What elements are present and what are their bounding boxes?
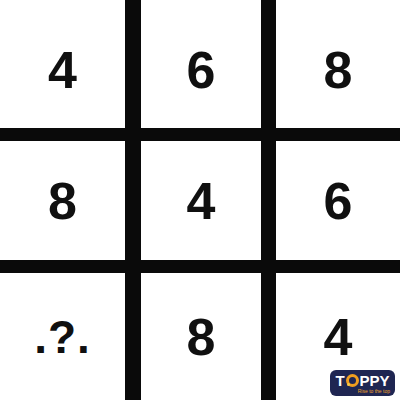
grid-line-horizontal-2 [0,260,400,273]
cell-r2c2: 4 [141,141,261,260]
toppy-wordmark-t: T [335,374,344,388]
toppy-o-ring-icon [346,374,359,387]
toppy-tagline: Rise to the top [334,388,391,394]
cell-r1c1: 4 [0,0,125,128]
cell-r2c3: 6 [276,141,400,260]
puzzle-board: 4 6 8 8 4 6 .?. 8 4 T PPY Rise to the to… [0,0,400,400]
grid-line-vertical-1 [125,0,141,400]
toppy-wordmark: T PPY [334,374,391,388]
toppy-logo: T PPY Rise to the top [330,370,395,396]
cell-r2c1: 8 [0,141,125,260]
cell-r3c1-mystery: .?. [0,273,125,400]
grid-line-vertical-2 [261,0,276,400]
cell-r3c2: 8 [141,273,261,400]
cell-r1c2: 6 [141,0,261,128]
toppy-wordmark-ppy: PPY [360,374,390,388]
grid-line-horizontal-1 [0,128,400,141]
cell-r1c3: 8 [276,0,400,128]
